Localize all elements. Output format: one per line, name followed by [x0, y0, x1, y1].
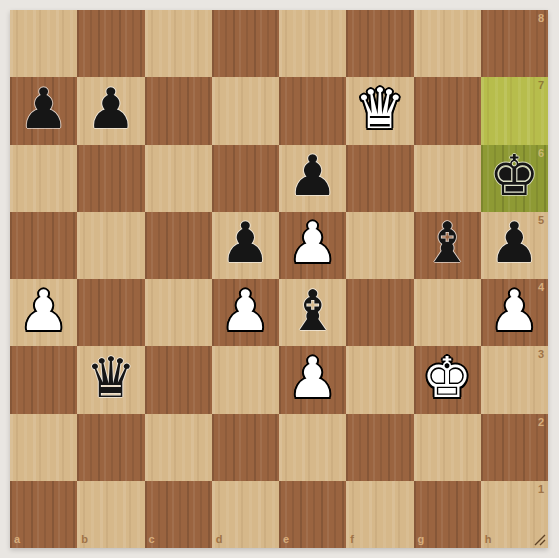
square-h8[interactable]: 8 [481, 10, 548, 77]
square-e5[interactable]: ♟ [279, 212, 346, 279]
file-label-c: c [149, 534, 155, 545]
square-h7[interactable]: 7 [481, 77, 548, 144]
square-e6[interactable]: ♟ [279, 145, 346, 212]
black-pawn[interactable]: ♟ [19, 81, 69, 137]
square-d7[interactable] [212, 77, 279, 144]
square-b2[interactable] [77, 414, 144, 481]
square-c1[interactable]: c [145, 481, 212, 548]
square-b4[interactable] [77, 279, 144, 346]
square-g4[interactable] [414, 279, 481, 346]
white-pawn[interactable]: ♟ [19, 283, 69, 339]
square-e8[interactable] [279, 10, 346, 77]
square-b7[interactable]: ♟ [77, 77, 144, 144]
square-f1[interactable]: f [346, 481, 413, 548]
square-g2[interactable] [414, 414, 481, 481]
square-b8[interactable] [77, 10, 144, 77]
square-h4[interactable]: ♟4 [481, 279, 548, 346]
square-a5[interactable] [10, 212, 77, 279]
file-label-h: h [485, 534, 492, 545]
file-label-b: b [81, 534, 88, 545]
white-king[interactable]: ♚ [422, 350, 472, 406]
square-f2[interactable] [346, 414, 413, 481]
rank-label-3: 3 [538, 349, 544, 360]
square-c5[interactable] [145, 212, 212, 279]
file-label-d: d [216, 534, 223, 545]
square-b6[interactable] [77, 145, 144, 212]
square-a1[interactable]: a [10, 481, 77, 548]
square-d1[interactable]: d [212, 481, 279, 548]
rank-label-8: 8 [538, 13, 544, 24]
square-d5[interactable]: ♟ [212, 212, 279, 279]
square-b3[interactable]: ♛ [77, 346, 144, 413]
file-label-a: a [14, 534, 20, 545]
square-g7[interactable] [414, 77, 481, 144]
square-h6[interactable]: ♚6 [481, 145, 548, 212]
square-h2[interactable]: 2 [481, 414, 548, 481]
square-a3[interactable] [10, 346, 77, 413]
square-f4[interactable] [346, 279, 413, 346]
square-e2[interactable] [279, 414, 346, 481]
black-king[interactable]: ♚ [489, 148, 539, 204]
square-g3[interactable]: ♚ [414, 346, 481, 413]
white-pawn[interactable]: ♟ [489, 283, 539, 339]
square-a2[interactable] [10, 414, 77, 481]
rank-label-2: 2 [538, 417, 544, 428]
chess-board: 8♟♟♛7♟♚6♟♟♝♟5♟♟♝♟4♛♟♚32abcdefgh1 [10, 10, 548, 548]
square-d4[interactable]: ♟ [212, 279, 279, 346]
square-e3[interactable]: ♟ [279, 346, 346, 413]
rank-label-4: 4 [538, 282, 544, 293]
square-a7[interactable]: ♟ [10, 77, 77, 144]
square-a8[interactable] [10, 10, 77, 77]
page: 8♟♟♛7♟♚6♟♟♝♟5♟♟♝♟4♛♟♚32abcdefgh1 [0, 0, 559, 558]
square-e7[interactable] [279, 77, 346, 144]
square-c2[interactable] [145, 414, 212, 481]
white-queen[interactable]: ♛ [355, 81, 405, 137]
square-h1[interactable]: h1 [481, 481, 548, 548]
square-f6[interactable] [346, 145, 413, 212]
square-a4[interactable]: ♟ [10, 279, 77, 346]
square-g6[interactable] [414, 145, 481, 212]
square-c6[interactable] [145, 145, 212, 212]
square-f5[interactable] [346, 212, 413, 279]
square-h5[interactable]: ♟5 [481, 212, 548, 279]
black-pawn[interactable]: ♟ [220, 215, 270, 271]
square-e4[interactable]: ♝ [279, 279, 346, 346]
file-label-e: e [283, 534, 289, 545]
file-label-f: f [350, 534, 354, 545]
white-pawn[interactable]: ♟ [220, 283, 270, 339]
square-g5[interactable]: ♝ [414, 212, 481, 279]
square-b1[interactable]: b [77, 481, 144, 548]
rank-label-1: 1 [538, 484, 544, 495]
square-h3[interactable]: 3 [481, 346, 548, 413]
square-d3[interactable] [212, 346, 279, 413]
rank-label-6: 6 [538, 148, 544, 159]
square-f7[interactable]: ♛ [346, 77, 413, 144]
square-f3[interactable] [346, 346, 413, 413]
square-d8[interactable] [212, 10, 279, 77]
square-c3[interactable] [145, 346, 212, 413]
square-g1[interactable]: g [414, 481, 481, 548]
square-c7[interactable] [145, 77, 212, 144]
board-resize-handle[interactable] [533, 533, 546, 546]
black-pawn[interactable]: ♟ [86, 81, 136, 137]
white-pawn[interactable]: ♟ [288, 215, 338, 271]
square-g8[interactable] [414, 10, 481, 77]
square-e1[interactable]: e [279, 481, 346, 548]
rank-label-5: 5 [538, 215, 544, 226]
black-queen[interactable]: ♛ [86, 350, 136, 406]
square-b5[interactable] [77, 212, 144, 279]
black-bishop[interactable]: ♝ [288, 283, 338, 339]
square-d2[interactable] [212, 414, 279, 481]
white-pawn[interactable]: ♟ [288, 350, 338, 406]
square-c4[interactable] [145, 279, 212, 346]
file-label-g: g [418, 534, 425, 545]
black-pawn[interactable]: ♟ [288, 148, 338, 204]
black-pawn[interactable]: ♟ [489, 215, 539, 271]
black-bishop[interactable]: ♝ [422, 215, 472, 271]
rank-label-7: 7 [538, 80, 544, 91]
square-a6[interactable] [10, 145, 77, 212]
square-c8[interactable] [145, 10, 212, 77]
square-f8[interactable] [346, 10, 413, 77]
square-d6[interactable] [212, 145, 279, 212]
